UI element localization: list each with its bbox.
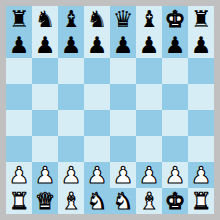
- square-h5[interactable]: [188, 84, 214, 110]
- square-f3[interactable]: [136, 136, 162, 162]
- square-g4[interactable]: [162, 110, 188, 136]
- square-e2[interactable]: ♟: [110, 162, 136, 188]
- square-d3[interactable]: [84, 136, 110, 162]
- piece-black-rook[interactable]: ♜: [6, 6, 32, 32]
- square-f6[interactable]: [136, 58, 162, 84]
- square-a1[interactable]: ♜: [6, 188, 32, 214]
- square-f4[interactable]: [136, 110, 162, 136]
- piece-white-pawn[interactable]: ♟: [188, 162, 214, 188]
- square-c5[interactable]: [58, 84, 84, 110]
- piece-black-pawn[interactable]: ♟: [58, 32, 84, 58]
- square-g1[interactable]: ♚: [162, 188, 188, 214]
- piece-white-pawn[interactable]: ♟: [84, 162, 110, 188]
- piece-black-pawn[interactable]: ♟: [188, 32, 214, 58]
- piece-black-pawn[interactable]: ♟: [84, 32, 110, 58]
- square-c7[interactable]: ♟: [58, 32, 84, 58]
- square-g8[interactable]: ♚: [162, 6, 188, 32]
- square-g3[interactable]: [162, 136, 188, 162]
- square-f2[interactable]: ♟: [136, 162, 162, 188]
- square-h4[interactable]: [188, 110, 214, 136]
- square-e7[interactable]: ♟: [110, 32, 136, 58]
- square-e6[interactable]: [110, 58, 136, 84]
- square-g5[interactable]: [162, 84, 188, 110]
- piece-white-queen[interactable]: ♛: [32, 188, 58, 214]
- square-b2[interactable]: ♟: [32, 162, 58, 188]
- square-b1[interactable]: ♛: [32, 188, 58, 214]
- square-e4[interactable]: [110, 110, 136, 136]
- square-f1[interactable]: ♝: [136, 188, 162, 214]
- square-d1[interactable]: ♞: [84, 188, 110, 214]
- square-h7[interactable]: ♟: [188, 32, 214, 58]
- square-h3[interactable]: [188, 136, 214, 162]
- square-c1[interactable]: ♝: [58, 188, 84, 214]
- square-e5[interactable]: [110, 84, 136, 110]
- piece-white-knight[interactable]: ♞: [110, 188, 136, 214]
- piece-white-king[interactable]: ♚: [162, 188, 188, 214]
- square-a5[interactable]: [6, 84, 32, 110]
- piece-white-pawn[interactable]: ♟: [32, 162, 58, 188]
- square-b7[interactable]: ♟: [32, 32, 58, 58]
- piece-black-pawn[interactable]: ♟: [6, 32, 32, 58]
- square-d5[interactable]: [84, 84, 110, 110]
- square-f8[interactable]: ♝: [136, 6, 162, 32]
- square-b5[interactable]: [32, 84, 58, 110]
- square-a6[interactable]: [6, 58, 32, 84]
- piece-black-king[interactable]: ♚: [162, 6, 188, 32]
- square-e8[interactable]: ♛: [110, 6, 136, 32]
- square-c3[interactable]: [58, 136, 84, 162]
- square-b3[interactable]: [32, 136, 58, 162]
- piece-black-pawn[interactable]: ♟: [110, 32, 136, 58]
- piece-white-pawn[interactable]: ♟: [162, 162, 188, 188]
- square-d6[interactable]: [84, 58, 110, 84]
- chessboard: ♜♞♝♞♛♝♚♜♟♟♟♟♟♟♟♟♟♟♟♟♟♟♟♟♜♛♝♞♞♝♚♜: [6, 6, 214, 214]
- piece-white-knight[interactable]: ♞: [84, 188, 110, 214]
- square-d4[interactable]: [84, 110, 110, 136]
- chessboard-frame: ♜♞♝♞♛♝♚♜♟♟♟♟♟♟♟♟♟♟♟♟♟♟♟♟♜♛♝♞♞♝♚♜: [0, 0, 220, 220]
- piece-white-pawn[interactable]: ♟: [6, 162, 32, 188]
- square-g7[interactable]: ♟: [162, 32, 188, 58]
- square-f7[interactable]: ♟: [136, 32, 162, 58]
- square-e1[interactable]: ♞: [110, 188, 136, 214]
- piece-black-bishop[interactable]: ♝: [136, 6, 162, 32]
- square-c2[interactable]: ♟: [58, 162, 84, 188]
- square-a2[interactable]: ♟: [6, 162, 32, 188]
- square-g6[interactable]: [162, 58, 188, 84]
- piece-black-bishop[interactable]: ♝: [58, 6, 84, 32]
- square-a7[interactable]: ♟: [6, 32, 32, 58]
- square-a3[interactable]: [6, 136, 32, 162]
- square-a8[interactable]: ♜: [6, 6, 32, 32]
- square-c6[interactable]: [58, 58, 84, 84]
- piece-black-knight[interactable]: ♞: [84, 6, 110, 32]
- piece-black-knight[interactable]: ♞: [32, 6, 58, 32]
- piece-white-rook[interactable]: ♜: [188, 188, 214, 214]
- square-h2[interactable]: ♟: [188, 162, 214, 188]
- square-b8[interactable]: ♞: [32, 6, 58, 32]
- piece-black-queen[interactable]: ♛: [110, 6, 136, 32]
- piece-black-pawn[interactable]: ♟: [136, 32, 162, 58]
- square-h1[interactable]: ♜: [188, 188, 214, 214]
- square-e3[interactable]: [110, 136, 136, 162]
- square-b4[interactable]: [32, 110, 58, 136]
- piece-black-pawn[interactable]: ♟: [162, 32, 188, 58]
- square-b6[interactable]: [32, 58, 58, 84]
- square-h6[interactable]: [188, 58, 214, 84]
- piece-white-pawn[interactable]: ♟: [110, 162, 136, 188]
- piece-white-bishop[interactable]: ♝: [58, 188, 84, 214]
- square-c8[interactable]: ♝: [58, 6, 84, 32]
- piece-black-pawn[interactable]: ♟: [32, 32, 58, 58]
- square-h8[interactable]: ♜: [188, 6, 214, 32]
- square-c4[interactable]: [58, 110, 84, 136]
- square-d7[interactable]: ♟: [84, 32, 110, 58]
- piece-black-rook[interactable]: ♜: [188, 6, 214, 32]
- piece-white-rook[interactable]: ♜: [6, 188, 32, 214]
- square-d2[interactable]: ♟: [84, 162, 110, 188]
- square-d8[interactable]: ♞: [84, 6, 110, 32]
- piece-white-pawn[interactable]: ♟: [136, 162, 162, 188]
- piece-white-pawn[interactable]: ♟: [58, 162, 84, 188]
- square-f5[interactable]: [136, 84, 162, 110]
- square-a4[interactable]: [6, 110, 32, 136]
- piece-white-bishop[interactable]: ♝: [136, 188, 162, 214]
- square-g2[interactable]: ♟: [162, 162, 188, 188]
